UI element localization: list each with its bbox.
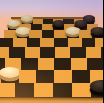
square-a5[interactable] bbox=[0, 38, 13, 47]
square-d3[interactable] bbox=[38, 58, 55, 70]
square-g5[interactable] bbox=[82, 38, 96, 47]
square-c5[interactable] bbox=[27, 38, 41, 47]
board-row-5 bbox=[0, 38, 103, 47]
piece-dark-man-g1[interactable] bbox=[89, 80, 103, 92]
square-e2[interactable] bbox=[54, 70, 72, 83]
board-row-2 bbox=[0, 70, 103, 83]
board-row-6 bbox=[4, 30, 103, 38]
square-h6[interactable] bbox=[92, 30, 104, 38]
square-d6[interactable] bbox=[42, 30, 55, 38]
square-b1[interactable] bbox=[0, 83, 15, 97]
square-c4[interactable] bbox=[25, 47, 40, 58]
square-d4[interactable] bbox=[40, 47, 55, 58]
square-c6[interactable] bbox=[29, 30, 42, 38]
square-e4[interactable] bbox=[55, 47, 70, 58]
square-g3[interactable] bbox=[87, 58, 103, 70]
piece-light-man-b6[interactable] bbox=[15, 27, 30, 35]
square-f1[interactable] bbox=[72, 83, 91, 97]
square-d2[interactable] bbox=[36, 70, 54, 83]
square-e5[interactable] bbox=[54, 38, 68, 47]
square-b4[interactable] bbox=[9, 47, 24, 58]
square-f6[interactable] bbox=[67, 30, 80, 38]
board-row-4 bbox=[0, 47, 103, 58]
square-b5[interactable] bbox=[13, 38, 27, 47]
square-h4[interactable] bbox=[101, 47, 103, 58]
square-b6[interactable] bbox=[17, 30, 30, 38]
square-d5[interactable] bbox=[40, 38, 54, 47]
board-row-1 bbox=[0, 83, 103, 97]
checkers-board[interactable] bbox=[0, 0, 103, 103]
square-c1[interactable] bbox=[15, 83, 34, 97]
square-f2[interactable] bbox=[72, 70, 90, 83]
square-c2[interactable] bbox=[19, 70, 37, 83]
square-g4[interactable] bbox=[86, 47, 101, 58]
photo-stage bbox=[0, 0, 103, 103]
square-f3[interactable] bbox=[71, 58, 88, 70]
piece-light-man-b2[interactable] bbox=[0, 67, 20, 78]
piece-light-man-f6[interactable] bbox=[65, 27, 80, 35]
square-h5[interactable] bbox=[95, 38, 103, 47]
board-front-rail bbox=[0, 97, 103, 103]
square-d1[interactable] bbox=[34, 83, 53, 97]
square-f5[interactable] bbox=[68, 38, 82, 47]
square-g1[interactable] bbox=[91, 83, 103, 97]
square-f4[interactable] bbox=[70, 47, 85, 58]
square-b2[interactable] bbox=[1, 70, 19, 83]
piece-dark-man-h6[interactable] bbox=[90, 27, 103, 35]
square-e1[interactable] bbox=[53, 83, 72, 97]
square-e3[interactable] bbox=[54, 58, 71, 70]
square-a4[interactable] bbox=[0, 47, 9, 58]
square-c3[interactable] bbox=[21, 58, 38, 70]
